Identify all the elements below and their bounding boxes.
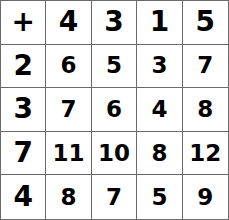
row-header-cell-r1c0: 2 (1, 45, 46, 89)
column-header-cell-r0c4: 5 (183, 1, 228, 45)
sum-cell-r2c4: 8 (183, 88, 228, 132)
row-header-cell-r4c0: 4 (1, 175, 46, 219)
sum-cell-r3c2: 10 (92, 132, 137, 176)
row-header-cell-r2c0: 3 (1, 88, 46, 132)
sum-cell-r4c1: 8 (46, 175, 91, 219)
sum-cell-r3c4: 12 (183, 132, 228, 176)
sum-cell-r1c1: 6 (46, 45, 91, 89)
column-header-cell-r0c3: 1 (137, 1, 182, 45)
sum-cell-r4c2: 7 (92, 175, 137, 219)
sum-cell-r3c3: 8 (137, 132, 182, 176)
sum-cell-r4c4: 9 (183, 175, 228, 219)
sum-cell-r1c2: 5 (92, 45, 137, 89)
sum-cell-r1c3: 3 (137, 45, 182, 89)
operator-cell: + (1, 1, 46, 45)
row-header-cell-r3c0: 7 (1, 132, 46, 176)
sum-cell-r4c3: 5 (137, 175, 182, 219)
sum-cell-r1c4: 7 (183, 45, 228, 89)
sum-cell-r2c1: 7 (46, 88, 91, 132)
addition-table-board: +431526537376487111081248759 (0, 0, 229, 220)
column-header-cell-r0c1: 4 (46, 1, 91, 45)
sum-cell-r2c3: 4 (137, 88, 182, 132)
sum-cell-r2c2: 6 (92, 88, 137, 132)
column-header-cell-r0c2: 3 (92, 1, 137, 45)
sum-cell-r3c1: 11 (46, 132, 91, 176)
